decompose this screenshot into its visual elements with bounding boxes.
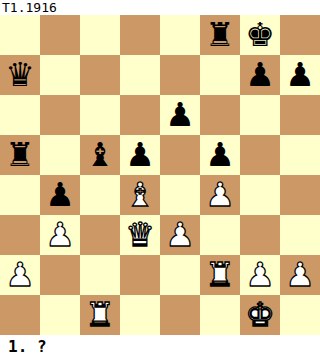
- square-g6[interactable]: [240, 95, 280, 135]
- piece-black-pawn: ♟: [245, 55, 275, 95]
- piece-black-pawn: ♟: [125, 135, 155, 175]
- square-b7[interactable]: [40, 55, 80, 95]
- square-b6[interactable]: [40, 95, 80, 135]
- piece-white-king: ♚: [245, 295, 275, 335]
- square-e5[interactable]: [160, 135, 200, 175]
- piece-black-pawn: ♟: [45, 175, 75, 215]
- piece-black-pawn: ♟: [165, 95, 195, 135]
- square-e1[interactable]: [160, 295, 200, 335]
- chess-board: ♜♚♛♟♟♟♜♝♟♟♟♝♟♟♛♟♟♜♟♟♜♚: [0, 15, 320, 335]
- square-h2[interactable]: ♟: [280, 255, 320, 295]
- square-b5[interactable]: [40, 135, 80, 175]
- square-g2[interactable]: ♟: [240, 255, 280, 295]
- square-h4[interactable]: [280, 175, 320, 215]
- square-h1[interactable]: [280, 295, 320, 335]
- square-e3[interactable]: ♟: [160, 215, 200, 255]
- square-b1[interactable]: [40, 295, 80, 335]
- square-d1[interactable]: [120, 295, 160, 335]
- move-prompt: 1. ?: [0, 335, 320, 360]
- piece-black-pawn: ♟: [205, 135, 235, 175]
- square-e8[interactable]: [160, 15, 200, 55]
- square-f8[interactable]: ♜: [200, 15, 240, 55]
- square-h7[interactable]: ♟: [280, 55, 320, 95]
- piece-white-bishop: ♝: [125, 175, 155, 215]
- square-f7[interactable]: [200, 55, 240, 95]
- square-a6[interactable]: [0, 95, 40, 135]
- piece-white-pawn: ♟: [205, 175, 235, 215]
- piece-black-pawn: ♟: [285, 55, 315, 95]
- piece-black-queen: ♛: [5, 55, 35, 95]
- piece-white-rook: ♜: [85, 295, 115, 335]
- square-a4[interactable]: [0, 175, 40, 215]
- square-f4[interactable]: ♟: [200, 175, 240, 215]
- square-f5[interactable]: ♟: [200, 135, 240, 175]
- square-b3[interactable]: ♟: [40, 215, 80, 255]
- square-d2[interactable]: [120, 255, 160, 295]
- square-f6[interactable]: [200, 95, 240, 135]
- piece-white-pawn: ♟: [285, 255, 315, 295]
- square-g4[interactable]: [240, 175, 280, 215]
- square-d7[interactable]: [120, 55, 160, 95]
- piece-white-rook: ♜: [205, 255, 235, 295]
- square-h6[interactable]: [280, 95, 320, 135]
- square-e7[interactable]: [160, 55, 200, 95]
- piece-white-pawn: ♟: [245, 255, 275, 295]
- square-h5[interactable]: [280, 135, 320, 175]
- piece-white-queen: ♛: [125, 215, 155, 255]
- square-c2[interactable]: [80, 255, 120, 295]
- square-g5[interactable]: [240, 135, 280, 175]
- square-c1[interactable]: ♜: [80, 295, 120, 335]
- square-d5[interactable]: ♟: [120, 135, 160, 175]
- square-h8[interactable]: [280, 15, 320, 55]
- piece-black-rook: ♜: [5, 135, 35, 175]
- square-a3[interactable]: [0, 215, 40, 255]
- square-a7[interactable]: ♛: [0, 55, 40, 95]
- square-g7[interactable]: ♟: [240, 55, 280, 95]
- square-b2[interactable]: [40, 255, 80, 295]
- square-g1[interactable]: ♚: [240, 295, 280, 335]
- square-g3[interactable]: [240, 215, 280, 255]
- piece-black-bishop: ♝: [85, 135, 115, 175]
- square-e6[interactable]: ♟: [160, 95, 200, 135]
- square-c8[interactable]: [80, 15, 120, 55]
- square-f2[interactable]: ♜: [200, 255, 240, 295]
- square-d6[interactable]: [120, 95, 160, 135]
- square-a2[interactable]: ♟: [0, 255, 40, 295]
- square-h3[interactable]: [280, 215, 320, 255]
- piece-black-king: ♚: [245, 15, 275, 55]
- square-a8[interactable]: [0, 15, 40, 55]
- square-d8[interactable]: [120, 15, 160, 55]
- square-f1[interactable]: [200, 295, 240, 335]
- square-d4[interactable]: ♝: [120, 175, 160, 215]
- square-d3[interactable]: ♛: [120, 215, 160, 255]
- puzzle-title: T1.1916: [0, 0, 320, 15]
- square-b8[interactable]: [40, 15, 80, 55]
- square-a5[interactable]: ♜: [0, 135, 40, 175]
- square-g8[interactable]: ♚: [240, 15, 280, 55]
- piece-black-rook: ♜: [205, 15, 235, 55]
- piece-white-pawn: ♟: [45, 215, 75, 255]
- square-c5[interactable]: ♝: [80, 135, 120, 175]
- piece-white-pawn: ♟: [5, 255, 35, 295]
- square-c4[interactable]: [80, 175, 120, 215]
- square-e2[interactable]: [160, 255, 200, 295]
- square-c3[interactable]: [80, 215, 120, 255]
- square-e4[interactable]: [160, 175, 200, 215]
- piece-white-pawn: ♟: [165, 215, 195, 255]
- square-c6[interactable]: [80, 95, 120, 135]
- square-a1[interactable]: [0, 295, 40, 335]
- square-b4[interactable]: ♟: [40, 175, 80, 215]
- chess-diagram-page: T1.1916 ♜♚♛♟♟♟♜♝♟♟♟♝♟♟♛♟♟♜♟♟♜♚ 1. ?: [0, 0, 320, 360]
- square-f3[interactable]: [200, 215, 240, 255]
- square-c7[interactable]: [80, 55, 120, 95]
